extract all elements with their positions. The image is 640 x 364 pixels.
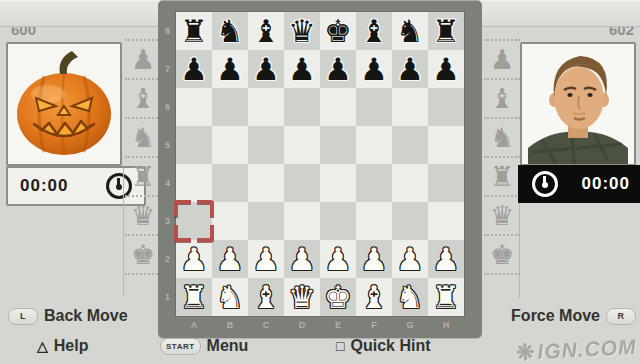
captured-tray-left: ♟♝♞♜♛♚: [125, 39, 161, 275]
square-b3[interactable]: [212, 202, 248, 240]
square-d2[interactable]: ♟: [284, 240, 320, 278]
square-b2[interactable]: ♟: [212, 240, 248, 278]
file-label-A: A: [176, 317, 212, 333]
square-f2[interactable]: ♟: [356, 240, 392, 278]
square-a7[interactable]: ♟: [176, 50, 212, 88]
piece-black-pawn: ♟: [216, 51, 244, 88]
square-c7[interactable]: ♟: [248, 50, 284, 88]
square-h8[interactable]: ♜: [428, 12, 464, 50]
square-d7[interactable]: ♟: [284, 50, 320, 88]
square-d3[interactable]: [284, 202, 320, 240]
rank-label-7: 7: [161, 50, 174, 88]
l-button-icon: L: [8, 308, 38, 325]
rank-label-2: 2: [161, 240, 174, 278]
square-f4[interactable]: [356, 164, 392, 202]
piece-black-pawn: ♟: [432, 51, 460, 88]
piece-white-rook: ♜: [432, 279, 460, 316]
piece-black-rook: ♜: [180, 13, 208, 50]
square-h3[interactable]: [428, 202, 464, 240]
player-left-avatar: [6, 42, 122, 166]
file-label-G: G: [392, 317, 428, 333]
triangle-button-icon: △: [37, 338, 48, 354]
quick-hint-label: Quick Hint: [350, 337, 430, 355]
square-b1[interactable]: ♞: [212, 278, 248, 316]
piece-white-pawn: ♟: [396, 241, 424, 278]
rank-label-3: 3: [161, 202, 174, 240]
tray-slot-king: ♚: [125, 234, 161, 273]
square-h6[interactable]: [428, 88, 464, 126]
player-left-clock-time: 00:00: [20, 176, 68, 196]
square-g1[interactable]: ♞: [392, 278, 428, 316]
player-right-clock-time: 00:00: [582, 174, 630, 194]
square-d5[interactable]: [284, 126, 320, 164]
ign-watermark: ❋IGN.COM: [516, 334, 638, 364]
square-g8[interactable]: ♞: [392, 12, 428, 50]
man-portrait-avatar-image: [522, 44, 634, 164]
quick-hint-button[interactable]: □ Quick Hint: [336, 337, 430, 355]
tray-slot-queen: ♛: [484, 195, 520, 234]
square-a2[interactable]: ♟: [176, 240, 212, 278]
chess-game-screen: Greggy 600 00:00: [0, 0, 640, 364]
square-f5[interactable]: [356, 126, 392, 164]
piece-white-king: ♚: [324, 279, 352, 316]
pawn-tray-icon: ♟: [490, 42, 514, 77]
piece-white-bishop: ♝: [252, 279, 280, 316]
tray-slot-knight: ♞: [125, 117, 161, 156]
clock-icon: [532, 171, 558, 197]
square-g6[interactable]: [392, 88, 428, 126]
piece-white-rook: ♜: [180, 279, 208, 316]
back-move-label: Back Move: [44, 307, 128, 325]
queen-tray-icon: ♛: [131, 198, 155, 233]
rank-label-6: 6: [161, 88, 174, 126]
rank-label-4: 4: [161, 164, 174, 202]
square-b5[interactable]: [212, 126, 248, 164]
chess-board-grid: ♜♞♝♛♚♝♞♜♟♟♟♟♟♟♟♟♟♟♟♟♟♟♟♟♜♞♝♛♚♝♞♜: [176, 12, 464, 316]
piece-white-pawn: ♟: [360, 241, 388, 278]
rank-label-5: 5: [161, 126, 174, 164]
piece-black-pawn: ♟: [288, 51, 316, 88]
square-h5[interactable]: [428, 126, 464, 164]
square-e8[interactable]: ♚: [320, 12, 356, 50]
square-g2[interactable]: ♟: [392, 240, 428, 278]
square-a6[interactable]: [176, 88, 212, 126]
king-tray-icon: ♚: [490, 237, 514, 272]
tray-slot-bishop: ♝: [125, 78, 161, 117]
tray-slot-knight: ♞: [484, 117, 520, 156]
left-panel-divider: [123, 168, 124, 296]
knight-tray-icon: ♞: [131, 120, 155, 155]
piece-black-knight: ♞: [216, 13, 244, 50]
rook-tray-icon: ♜: [131, 159, 155, 194]
tray-slot-queen: ♛: [125, 195, 161, 234]
square-d4[interactable]: [284, 164, 320, 202]
knight-tray-icon: ♞: [490, 120, 514, 155]
force-move-button[interactable]: Force Move R: [511, 307, 636, 325]
square-a3[interactable]: [176, 202, 212, 240]
file-labels: ABCDEFGH: [176, 317, 464, 333]
square-b4[interactable]: [212, 164, 248, 202]
tray-slot-pawn: ♟: [484, 39, 520, 78]
piece-white-queen: ♛: [288, 279, 316, 316]
king-tray-icon: ♚: [131, 237, 155, 272]
tray-slot-pawn: ♟: [125, 39, 161, 78]
square-a8[interactable]: ♜: [176, 12, 212, 50]
piece-black-rook: ♜: [432, 13, 460, 50]
square-g4[interactable]: [392, 164, 428, 202]
rook-tray-icon: ♜: [490, 159, 514, 194]
r-button-icon: R: [606, 308, 636, 325]
square-b6[interactable]: [212, 88, 248, 126]
square-h1[interactable]: ♜: [428, 278, 464, 316]
piece-white-pawn: ♟: [252, 241, 280, 278]
file-label-F: F: [356, 317, 392, 333]
square-e4[interactable]: [320, 164, 356, 202]
help-label: Help: [54, 337, 89, 355]
piece-black-bishop: ♝: [360, 13, 388, 50]
piece-black-pawn: ♟: [324, 51, 352, 88]
pawn-tray-icon: ♟: [131, 42, 155, 77]
square-e7[interactable]: ♟: [320, 50, 356, 88]
piece-black-king: ♚: [324, 13, 352, 50]
square-d8[interactable]: ♛: [284, 12, 320, 50]
square-c2[interactable]: ♟: [248, 240, 284, 278]
square-g3[interactable]: [392, 202, 428, 240]
queen-tray-icon: ♛: [490, 198, 514, 233]
square-c5[interactable]: [248, 126, 284, 164]
rank-label-1: 1: [161, 278, 174, 316]
square-f8[interactable]: ♝: [356, 12, 392, 50]
square-c1[interactable]: ♝: [248, 278, 284, 316]
square-f7[interactable]: ♟: [356, 50, 392, 88]
rank-labels: 87654321: [161, 12, 174, 316]
piece-black-knight: ♞: [396, 13, 424, 50]
square-button-icon: □: [336, 338, 344, 354]
piece-white-pawn: ♟: [216, 241, 244, 278]
square-c8[interactable]: ♝: [248, 12, 284, 50]
captured-tray-right: ♟♝♞♜♛♚: [484, 39, 520, 275]
piece-white-knight: ♞: [216, 279, 244, 316]
piece-black-queen: ♛: [288, 13, 316, 50]
square-e6[interactable]: [320, 88, 356, 126]
pumpkin-avatar-image: [8, 44, 120, 164]
file-label-B: B: [212, 317, 248, 333]
file-label-E: E: [320, 317, 356, 333]
file-label-H: H: [428, 317, 464, 333]
square-b8[interactable]: ♞: [212, 12, 248, 50]
piece-white-pawn: ♟: [288, 241, 316, 278]
piece-black-pawn: ♟: [396, 51, 424, 88]
tray-slot-rook: ♜: [125, 156, 161, 195]
square-c6[interactable]: [248, 88, 284, 126]
square-c3[interactable]: [248, 202, 284, 240]
square-a1[interactable]: ♜: [176, 278, 212, 316]
bishop-tray-icon: ♝: [490, 81, 514, 116]
help-button[interactable]: △ Help: [37, 337, 88, 355]
tray-slot-king: ♚: [484, 234, 520, 273]
piece-black-pawn: ♟: [360, 51, 388, 88]
force-move-label: Force Move: [511, 307, 600, 325]
ign-watermark-text: IGN.COM: [537, 335, 637, 363]
piece-black-pawn: ♟: [180, 51, 208, 88]
square-g5[interactable]: [392, 126, 428, 164]
chess-board: 87654321 ABCDEFGH ♜♞♝♛♚♝♞♜♟♟♟♟♟♟♟♟♟♟♟♟♟♟…: [158, 0, 482, 338]
start-button-icon: START: [160, 338, 201, 355]
back-move-button[interactable]: L Back Move: [8, 307, 128, 325]
square-e1[interactable]: ♚: [320, 278, 356, 316]
menu-label: Menu: [207, 337, 249, 355]
rank-label-8: 8: [161, 12, 174, 50]
piece-white-bishop: ♝: [360, 279, 388, 316]
square-f3[interactable]: [356, 202, 392, 240]
square-a4[interactable]: [176, 164, 212, 202]
file-label-C: C: [248, 317, 284, 333]
square-d1[interactable]: ♛: [284, 278, 320, 316]
piece-black-pawn: ♟: [252, 51, 280, 88]
square-f1[interactable]: ♝: [356, 278, 392, 316]
menu-button[interactable]: START Menu: [160, 337, 248, 355]
piece-white-pawn: ♟: [324, 241, 352, 278]
file-label-D: D: [284, 317, 320, 333]
bishop-tray-icon: ♝: [131, 81, 155, 116]
tray-slot-bishop: ♝: [484, 78, 520, 117]
tray-slot-rook: ♜: [484, 156, 520, 195]
square-h2[interactable]: ♟: [428, 240, 464, 278]
square-a5[interactable]: [176, 126, 212, 164]
square-c4[interactable]: [248, 164, 284, 202]
piece-white-pawn: ♟: [432, 241, 460, 278]
player-right-avatar: [520, 42, 636, 166]
square-g7[interactable]: ♟: [392, 50, 428, 88]
ign-logo-swirl-icon: ❋: [516, 339, 537, 364]
square-h7[interactable]: ♟: [428, 50, 464, 88]
square-e5[interactable]: [320, 126, 356, 164]
square-e3[interactable]: [320, 202, 356, 240]
square-f6[interactable]: [356, 88, 392, 126]
piece-white-pawn: ♟: [180, 241, 208, 278]
player-right-clock: 00:00: [518, 165, 640, 203]
piece-black-bishop: ♝: [252, 13, 280, 50]
square-e2[interactable]: ♟: [320, 240, 356, 278]
piece-white-knight: ♞: [396, 279, 424, 316]
square-h4[interactable]: [428, 164, 464, 202]
square-d6[interactable]: [284, 88, 320, 126]
square-b7[interactable]: ♟: [212, 50, 248, 88]
